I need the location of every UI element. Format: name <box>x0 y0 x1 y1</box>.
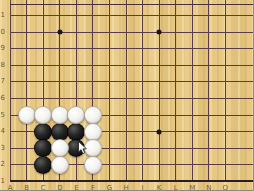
col-label-L: L <box>168 184 184 191</box>
row-label-1: 1 <box>0 177 5 186</box>
col-label-E: E <box>68 184 84 191</box>
black-stone-C3[interactable] <box>34 139 52 157</box>
intersection-D4[interactable] <box>52 123 69 140</box>
star-point-K10 <box>151 24 168 41</box>
row-label-7: 7 <box>0 77 5 86</box>
white-stone-F2[interactable] <box>84 156 102 174</box>
col-label-M: M <box>184 184 200 191</box>
col-label-F: F <box>85 184 101 191</box>
star-point-D10 <box>52 24 69 41</box>
intersection-F5[interactable] <box>85 107 102 124</box>
star-point-K4 <box>151 123 168 140</box>
intersection-C4[interactable] <box>35 123 52 140</box>
row-label-4: 4 <box>0 127 5 136</box>
row-label-6: 6 <box>0 94 5 103</box>
white-stone-F5[interactable] <box>84 106 102 124</box>
intersection-C5[interactable] <box>35 107 52 124</box>
intersection-F4[interactable] <box>85 123 102 140</box>
row-label-2: 2 <box>0 160 5 169</box>
black-stone-C2[interactable] <box>34 156 52 174</box>
row-label-3: 3 <box>0 144 5 153</box>
intersection-E5[interactable] <box>68 107 85 124</box>
row-label-5: 5 <box>0 111 5 120</box>
row-label-10: 10 <box>0 28 5 37</box>
white-stone-C5[interactable] <box>34 106 52 124</box>
black-stone-C4[interactable] <box>34 123 52 141</box>
grid-hline-top-partial <box>10 4 254 6</box>
goban[interactable] <box>2 7 250 189</box>
star-point-dot <box>157 129 162 134</box>
col-label-B: B <box>19 184 35 191</box>
intersection-C3[interactable] <box>35 140 52 157</box>
black-stone-D4[interactable] <box>51 123 69 141</box>
intersection-D3[interactable] <box>52 140 69 157</box>
col-label-H: H <box>118 184 134 191</box>
white-stone-D2[interactable] <box>51 156 69 174</box>
black-stone-E3[interactable] <box>67 139 85 157</box>
intersection-D5[interactable] <box>52 107 69 124</box>
black-stone-E4[interactable] <box>67 123 85 141</box>
col-label-N: N <box>201 184 217 191</box>
row-label-11: 11 <box>0 11 5 20</box>
intersection-B5[interactable] <box>18 107 35 124</box>
intersection-F2[interactable] <box>85 156 102 173</box>
star-point-dot <box>57 30 62 35</box>
intersection-E3[interactable] <box>68 140 85 157</box>
white-stone-E5[interactable] <box>67 106 85 124</box>
intersection-F3[interactable] <box>85 140 102 157</box>
white-stone-F4[interactable] <box>84 123 102 141</box>
col-label-K: K <box>151 184 167 191</box>
white-stone-F3[interactable] <box>84 139 102 157</box>
white-stone-D5[interactable] <box>51 106 69 124</box>
intersection-D2[interactable] <box>52 156 69 173</box>
intersection-E4[interactable] <box>68 123 85 140</box>
col-label-O: O <box>217 184 233 191</box>
col-label-D: D <box>52 184 68 191</box>
col-label-C: C <box>35 184 51 191</box>
white-stone-B5[interactable] <box>18 106 36 124</box>
star-point-dot <box>157 30 162 35</box>
col-label-J: J <box>135 184 151 191</box>
go-board-screenshot: ABCDEFGHJKLMNO1110987654321 <box>0 0 253 190</box>
row-label-9: 9 <box>0 44 5 53</box>
row-label-8: 8 <box>0 61 5 70</box>
intersection-C2[interactable] <box>35 156 52 173</box>
col-label-G: G <box>102 184 118 191</box>
white-stone-D3[interactable] <box>51 139 69 157</box>
